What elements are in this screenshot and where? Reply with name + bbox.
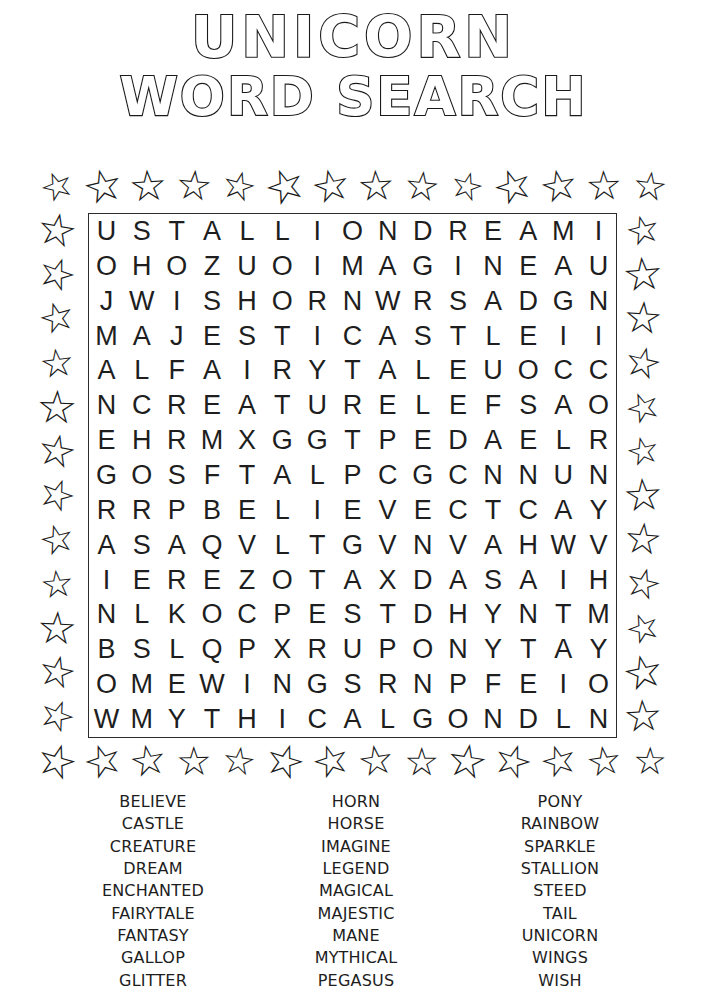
word-item: HORN [256,791,456,813]
grid-cell: R [159,423,194,458]
grid-cell: I [546,563,581,598]
grid-cell: L [124,353,159,388]
grid-cell: S [124,528,159,563]
grid-cell: A [89,528,124,563]
letter-grid: USTALLIONDREAMIOHOZUOIMAGINEAUJWISHORNWR… [88,213,617,738]
grid-cell: M [124,702,159,737]
word-item: WINGS [460,947,660,969]
grid-cell: I [230,353,265,388]
grid-cell: I [230,667,265,702]
star-icon: ☆ [77,734,129,788]
star-icon: ☆ [355,738,398,784]
star-icon: ☆ [127,163,168,209]
star-icon: ☆ [585,165,623,207]
grid-cell: A [511,563,546,598]
grid-cell: B [194,493,229,528]
grid-cell: B [89,632,124,667]
grid-cell: N [475,458,510,493]
star-icon: ☆ [620,559,666,608]
star-icon: ☆ [306,735,356,788]
star-icon: ☆ [32,690,81,741]
grid-cell: N [335,284,370,319]
grid-cell: O [335,214,370,249]
word-item: WISH [460,970,660,992]
star-icon: ☆ [126,737,170,785]
grid-cell: S [124,632,159,667]
grid-cell: R [335,388,370,423]
grid-cell: D [405,563,440,598]
star-icon: ☆ [620,338,666,387]
grid-cell: N [89,388,124,423]
grid-cell: O [124,458,159,493]
grid-cell: O [89,667,124,702]
grid-cell: A [230,388,265,423]
word-item: STEED [460,880,660,902]
grid-cell: R [124,493,159,528]
grid-cell: C [581,353,616,388]
grid-cell: N [511,458,546,493]
grid-cell: S [511,388,546,423]
grid-cell: T [335,353,370,388]
grid-cell: G [89,458,124,493]
grid-cell: Z [194,249,229,284]
grid-cell: L [546,423,581,458]
grid-cell: J [159,319,194,354]
star-icon: ☆ [259,734,311,789]
grid-cell: P [370,632,405,667]
grid-cell: A [475,528,510,563]
grid-cell: N [581,458,616,493]
grid-cell: G [300,667,335,702]
page-title: UNICORN WORD SEARCH [0,8,707,129]
grid-cell: T [230,458,265,493]
grid-cell: P [265,598,300,633]
grid-cell: I [581,319,616,354]
grid-cell: S [405,319,440,354]
word-column: HORNHORSEIMAGINELEGENDMAGICALMAJESTICMAN… [256,791,456,992]
grid-cell: T [300,563,335,598]
grid-cell: T [159,214,194,249]
word-item: PEGASUS [256,970,456,992]
grid-cell: A [89,353,124,388]
grid-cell: F [475,667,510,702]
grid-cell: R [300,284,335,319]
grid-cell: S [475,563,510,598]
grid-cell: U [300,388,335,423]
grid-cell: C [124,388,159,423]
grid-cell: K [159,598,194,633]
word-item: IMAGINE [256,836,456,858]
grid-cell: E [370,388,405,423]
star-icon: ☆ [218,163,261,209]
grid-cell: E [440,388,475,423]
grid-cell: T [440,319,475,354]
word-item: MAGICAL [256,880,456,902]
grid-cell: N [475,702,510,737]
grid-cell: M [89,319,124,354]
grid-cell: D [511,284,546,319]
grid-cell: J [89,284,124,319]
grid-cell: X [370,563,405,598]
word-item: HORSE [256,813,456,835]
grid-cell: S [124,214,159,249]
grid-cell: A [511,214,546,249]
star-icon: ☆ [176,741,213,782]
grid-cell: P [230,632,265,667]
grid-cell: A [194,214,229,249]
star-icon: ☆ [622,295,664,342]
grid-cell: S [194,284,229,319]
grid-cell: N [475,249,510,284]
grid-cell: C [440,458,475,493]
grid-cell: M [194,423,229,458]
star-icon: ☆ [622,693,664,739]
grid-cell: Y [300,353,335,388]
grid-cell: A [335,702,370,737]
grid-cell: T [475,493,510,528]
word-item: GALLOP [53,947,253,969]
grid-cell: I [546,319,581,354]
grid-cell: M [335,249,370,284]
word-item: CASTLE [53,813,253,835]
grid-cell: O [265,249,300,284]
grid-cell: A [124,319,159,354]
word-column: BELIEVECASTLECREATUREDREAMENCHANTEDFAIRY… [53,791,253,992]
grid-cell: U [89,214,124,249]
word-item: SPARKLE [460,836,660,858]
word-column: PONYRAINBOWSPARKLESTALLIONSTEEDTAILUNICO… [460,791,660,992]
word-item: TAIL [460,903,660,925]
grid-cell: E [194,388,229,423]
grid-cell: I [300,493,335,528]
grid-cell: N [405,667,440,702]
grid-cell: O [265,563,300,598]
grid-cell: L [159,632,194,667]
word-item: RAINBOW [460,813,660,835]
word-item: GLITTER [53,970,253,992]
star-icon: ☆ [34,294,81,344]
grid-cell: G [405,702,440,737]
grid-cell: L [265,214,300,249]
grid-cell: Y [159,702,194,737]
grid-cell: V [440,528,475,563]
grid-cell: R [159,388,194,423]
star-icon: ☆ [37,341,76,384]
grid-cell: H [124,423,159,458]
grid-cell: O [511,353,546,388]
grid-cell: N [265,667,300,702]
grid-cell: X [265,632,300,667]
star-icon: ☆ [630,165,669,208]
grid-cell: T [511,632,546,667]
grid-cell: T [546,598,581,633]
grid-cell: I [89,563,124,598]
grid-cell: F [475,388,510,423]
grid-cell: W [89,702,124,737]
grid-cell: N [405,528,440,563]
grid-cell: V [370,528,405,563]
word-item: MAJESTIC [256,903,456,925]
grid-cell: E [194,563,229,598]
star-icon: ☆ [622,516,664,562]
grid-cell: G [405,458,440,493]
star-icon: ☆ [38,563,76,604]
grid-cell: O [89,249,124,284]
grid-cell: E [230,493,265,528]
grid-cell: I [300,249,335,284]
grid-cell: T [194,702,229,737]
word-item: BELIEVE [53,791,253,813]
star-icon: ☆ [356,164,396,208]
star-icon: ☆ [258,157,313,215]
grid-cell: Y [581,493,616,528]
grid-cell: T [370,598,405,633]
grid-cell: L [405,388,440,423]
grid-cell: R [405,284,440,319]
grid-cell: A [159,528,194,563]
grid-cell: A [265,458,300,493]
grid-cell: T [265,388,300,423]
grid-cell: R [159,563,194,598]
grid-cell: O [581,388,616,423]
star-icon: ☆ [35,515,80,563]
grid-cell: G [546,284,581,319]
grid-cell: O [405,632,440,667]
star-icon: ☆ [404,742,439,781]
grid-cell: W [370,284,405,319]
word-item: FAIRYTALE [53,903,253,925]
grid-cell: V [230,528,265,563]
grid-cell: A [546,493,581,528]
grid-cell: I [265,702,300,737]
grid-cell: A [370,319,405,354]
grid-cell: S [159,458,194,493]
grid-cell: R [370,667,405,702]
grid-cell: E [511,319,546,354]
star-icon: ☆ [78,160,127,213]
star-icon: ☆ [584,739,625,784]
word-item: MYTHICAL [256,947,456,969]
grid-cell: N [581,702,616,737]
grid-cell: L [300,458,335,493]
grid-cell: A [475,284,510,319]
grid-cell: L [265,528,300,563]
grid-cell: E [194,319,229,354]
title-line-1: UNICORN [0,8,707,66]
grid-cell: U [230,249,265,284]
grid-cell: C [230,598,265,633]
word-item: MANE [256,925,456,947]
grid-cell: U [581,249,616,284]
grid-cell: X [230,423,265,458]
grid-cell: E [475,214,510,249]
grid-cell: W [194,667,229,702]
grid-cell: I [300,319,335,354]
grid-cell: L [370,702,405,737]
grid-cell: E [511,249,546,284]
grid-cell: Z [230,563,265,598]
grid-cell: N [511,598,546,633]
grid-cell: N [581,284,616,319]
grid-cell: E [335,493,370,528]
grid-cell: E [511,423,546,458]
grid-cell: Q [194,632,229,667]
grid-cell: M [581,598,616,633]
grid-cell: A [335,563,370,598]
grid-cell: P [370,423,405,458]
grid-cell: E [300,598,335,633]
grid-cell: O [265,284,300,319]
grid-cell: H [124,249,159,284]
grid-cell: A [370,353,405,388]
grid-cell: F [159,353,194,388]
star-icon: ☆ [307,160,355,211]
star-icon: ☆ [32,469,82,521]
grid-cell: R [440,214,475,249]
grid-cell: U [475,353,510,388]
grid-cell: C [335,319,370,354]
grid-cell: G [265,423,300,458]
grid-cell: N [440,632,475,667]
grid-cell: S [335,598,370,633]
grid-cell: Y [475,598,510,633]
grid-cell: Q [194,528,229,563]
grid-cell: I [300,214,335,249]
grid-cell: E [89,423,124,458]
grid-cell: R [581,423,616,458]
grid-cell: A [546,632,581,667]
grid-cell: F [194,458,229,493]
word-item: STALLION [460,858,660,880]
grid-cell: V [581,528,616,563]
grid-cell: I [581,214,616,249]
grid-cell: L [265,493,300,528]
grid-cell: G [405,249,440,284]
grid-cell: O [159,249,194,284]
grid-cell: E [440,353,475,388]
grid-cell: S [335,667,370,702]
grid-cell: R [265,353,300,388]
grid-cell: L [230,214,265,249]
grid-cell: H [230,284,265,319]
grid-cell: C [546,353,581,388]
grid-cell: H [511,528,546,563]
grid-cell: L [405,353,440,388]
word-item: CREATURE [53,836,253,858]
grid-cell: L [475,319,510,354]
star-icon: ☆ [174,164,214,208]
grid-cell: C [300,702,335,737]
word-item: DREAM [53,858,253,880]
grid-cell: R [300,632,335,667]
grid-cell: L [546,702,581,737]
grid-cell: I [440,249,475,284]
grid-cell: P [159,493,194,528]
grid-cell: S [230,319,265,354]
word-item: LEGEND [256,858,456,880]
star-icon: ☆ [443,735,491,787]
grid-cell: W [124,284,159,319]
grid-cell: Y [475,632,510,667]
grid-cell: V [370,493,405,528]
grid-cell: E [405,493,440,528]
grid-cell: T [265,319,300,354]
grid-cell: D [511,702,546,737]
grid-cell: E [124,563,159,598]
grid-cell: C [370,458,405,493]
star-icon: ☆ [220,740,259,782]
grid-cell: H [440,598,475,633]
word-item: PONY [460,791,660,813]
star-icon: ☆ [619,382,667,433]
star-icon: ☆ [486,158,539,214]
grid-cell: H [581,563,616,598]
star-icon: ☆ [534,735,582,786]
grid-cell: I [546,667,581,702]
grid-cell: C [511,493,546,528]
grid-cell: A [370,249,405,284]
grid-cell: M [124,667,159,702]
grid-cell: D [405,598,440,633]
grid-cell: G [335,528,370,563]
grid-cell: O [581,667,616,702]
star-icon: ☆ [446,163,489,209]
star-icon: ☆ [536,161,582,211]
grid-cell: A [546,249,581,284]
grid-cell: M [546,214,581,249]
grid-cell: C [440,493,475,528]
grid-cell: N [370,214,405,249]
grid-cell: P [335,458,370,493]
grid-cell: E [511,667,546,702]
grid-cell: O [194,598,229,633]
title-line-2: WORD SEARCH [0,66,707,129]
grid-cell: T [300,528,335,563]
grid-cell: H [230,702,265,737]
grid-cell: D [440,423,475,458]
grid-cell: L [124,598,159,633]
grid-cell: R [89,493,124,528]
grid-cell: A [475,423,510,458]
grid-cell: U [546,458,581,493]
star-icon: ☆ [632,742,667,781]
grid-cell: Y [581,632,616,667]
word-item: ENCHANTED [53,880,253,902]
word-item: UNICORN [460,925,660,947]
grid-cell: I [159,284,194,319]
star-icon: ☆ [402,164,442,208]
grid-cell: E [405,423,440,458]
grid-cell: A [194,353,229,388]
grid-cell: A [546,388,581,423]
grid-cell: T [335,423,370,458]
grid-cell: D [405,214,440,249]
grid-cell: O [440,702,475,737]
grid-cell: G [300,423,335,458]
grid-cell: U [335,632,370,667]
grid-cell: S [440,284,475,319]
grid-cell: P [440,667,475,702]
grid-cell: E [159,667,194,702]
grid-cell: W [546,528,581,563]
word-item: FANTASY [53,925,253,947]
grid-cell: N [89,598,124,633]
grid-cell: A [440,563,475,598]
star-icon: ☆ [487,734,538,788]
